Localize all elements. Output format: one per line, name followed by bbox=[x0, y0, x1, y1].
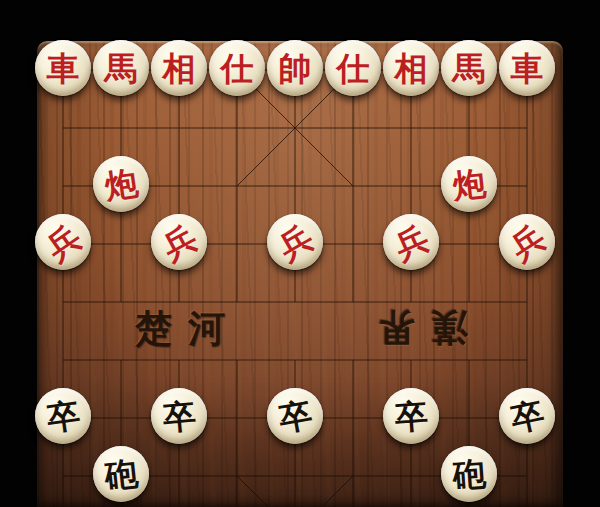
piece-glyph: 相 bbox=[163, 52, 196, 85]
piece-glyph: 砲 bbox=[103, 456, 139, 492]
piece-black-soldier-f7r7[interactable]: 卒 bbox=[383, 388, 439, 444]
pieces-layer: 車馬相仕帥仕相馬車炮炮兵兵兵兵兵卒卒卒卒卒砲砲 bbox=[37, 41, 563, 507]
piece-glyph: 帥 bbox=[279, 52, 312, 85]
xiangqi-screenshot: 楚河 漢界 車馬相仕帥仕相馬車炮炮兵兵兵兵兵卒卒卒卒卒砲砲 bbox=[0, 0, 600, 507]
piece-glyph: 仕 bbox=[221, 52, 254, 85]
piece-glyph: 仕 bbox=[337, 52, 370, 85]
piece-black-soldier-f9r7[interactable]: 卒 bbox=[499, 388, 555, 444]
piece-glyph: 卒 bbox=[161, 398, 197, 434]
piece-glyph: 炮 bbox=[102, 165, 139, 202]
piece-red-chariot-f1r1[interactable]: 車 bbox=[35, 40, 91, 96]
piece-red-soldier-f1r4[interactable]: 兵 bbox=[35, 214, 91, 270]
piece-red-soldier-f3r4[interactable]: 兵 bbox=[151, 214, 207, 270]
piece-glyph: 兵 bbox=[40, 219, 86, 265]
piece-glyph: 兵 bbox=[504, 219, 550, 265]
piece-black-soldier-f1r7[interactable]: 卒 bbox=[35, 388, 91, 444]
piece-glyph: 兵 bbox=[157, 220, 202, 265]
piece-red-advisor-f4r1[interactable]: 仕 bbox=[209, 40, 265, 96]
piece-red-cannon-f2r3[interactable]: 炮 bbox=[93, 156, 149, 212]
piece-red-elephant-f3r1[interactable]: 相 bbox=[151, 40, 207, 96]
piece-red-chariot-f9r1[interactable]: 車 bbox=[499, 40, 555, 96]
piece-glyph: 卒 bbox=[507, 396, 546, 435]
piece-black-soldier-f5r7[interactable]: 卒 bbox=[267, 388, 323, 444]
piece-glyph: 兵 bbox=[389, 220, 433, 264]
piece-black-cannon-f2r8[interactable]: 砲 bbox=[93, 446, 149, 502]
piece-red-soldier-f9r4[interactable]: 兵 bbox=[499, 214, 555, 270]
piece-red-elephant-f7r1[interactable]: 相 bbox=[383, 40, 439, 96]
piece-glyph: 卒 bbox=[393, 398, 428, 433]
piece-glyph: 車 bbox=[511, 52, 544, 85]
piece-glyph: 馬 bbox=[105, 52, 138, 85]
piece-glyph: 砲 bbox=[451, 456, 486, 491]
piece-red-cannon-f8r3[interactable]: 炮 bbox=[441, 156, 497, 212]
piece-red-soldier-f5r4[interactable]: 兵 bbox=[267, 214, 323, 270]
piece-glyph: 卒 bbox=[44, 397, 81, 434]
piece-glyph: 相 bbox=[395, 52, 428, 85]
piece-red-horse-f8r1[interactable]: 馬 bbox=[441, 40, 497, 96]
piece-glyph: 馬 bbox=[453, 52, 486, 85]
xiangqi-board[interactable]: 楚河 漢界 車馬相仕帥仕相馬車炮炮兵兵兵兵兵卒卒卒卒卒砲砲 bbox=[37, 41, 563, 507]
piece-red-horse-f2r1[interactable]: 馬 bbox=[93, 40, 149, 96]
piece-glyph: 車 bbox=[47, 52, 80, 85]
piece-glyph: 卒 bbox=[276, 397, 314, 435]
piece-glyph: 兵 bbox=[272, 219, 317, 264]
piece-black-soldier-f3r7[interactable]: 卒 bbox=[151, 388, 207, 444]
piece-black-cannon-f8r8[interactable]: 砲 bbox=[441, 446, 497, 502]
piece-red-soldier-f7r4[interactable]: 兵 bbox=[383, 214, 439, 270]
piece-red-advisor-f6r1[interactable]: 仕 bbox=[325, 40, 381, 96]
piece-red-general-f5r1[interactable]: 帥 bbox=[267, 40, 323, 96]
piece-glyph: 炮 bbox=[451, 166, 487, 202]
